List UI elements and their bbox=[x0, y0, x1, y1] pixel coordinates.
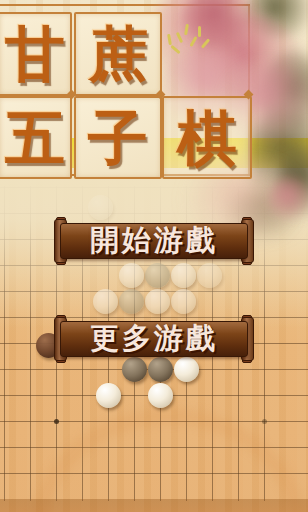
app-screen: 甘 蔗 五 子 棋 開始游戲 更多游戲 bbox=[0, 0, 308, 512]
title-char: 甘 bbox=[5, 24, 65, 84]
title-tile-5: 棋 bbox=[162, 96, 252, 179]
title-char: 子 bbox=[88, 108, 148, 168]
star-point bbox=[262, 419, 267, 424]
title-frame-top-line bbox=[0, 4, 250, 6]
leaf-shape bbox=[262, 50, 308, 142]
white-stone bbox=[93, 289, 118, 314]
title-tile-1: 甘 bbox=[0, 12, 72, 96]
grey-stone bbox=[119, 289, 144, 314]
star-point bbox=[54, 419, 59, 424]
white-stone bbox=[171, 263, 196, 288]
leaf-shape bbox=[278, 144, 308, 228]
title-tile-3: 五 bbox=[0, 96, 72, 179]
white-stone bbox=[145, 289, 170, 314]
start-game-label: 開始游戲 bbox=[90, 221, 218, 261]
title-char: 蔗 bbox=[88, 24, 148, 84]
white-stone bbox=[171, 289, 196, 314]
title-char: 五 bbox=[5, 108, 65, 168]
title-tile-4: 子 bbox=[74, 96, 162, 179]
petal-shape bbox=[268, 176, 308, 224]
grey-stone bbox=[145, 263, 170, 288]
title-char: 棋 bbox=[177, 108, 237, 168]
wood-grain-arch bbox=[28, 408, 308, 512]
button-bar: 開始游戲 bbox=[60, 223, 248, 259]
white-stone bbox=[119, 263, 144, 288]
white-stone bbox=[96, 383, 121, 408]
white-stone bbox=[197, 263, 222, 288]
leaf-shape bbox=[248, 106, 308, 208]
board-bottom-edge bbox=[0, 499, 308, 512]
more-games-label: 更多游戲 bbox=[90, 319, 218, 359]
title-tile-2: 蔗 bbox=[74, 12, 162, 96]
white-stone bbox=[88, 195, 113, 220]
white-stone bbox=[148, 383, 173, 408]
more-games-button[interactable]: 更多游戲 bbox=[54, 317, 254, 361]
button-bar: 更多游戲 bbox=[60, 321, 248, 357]
start-game-button[interactable]: 開始游戲 bbox=[54, 219, 254, 263]
